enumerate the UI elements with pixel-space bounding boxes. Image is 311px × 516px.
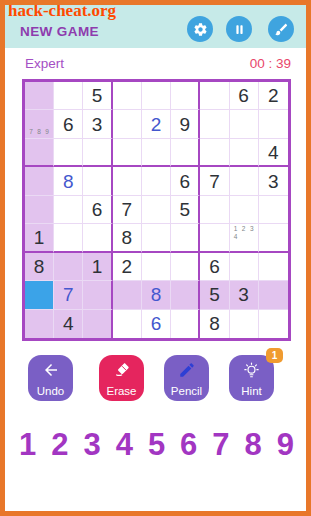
sudoku-cell-r0c1[interactable] bbox=[54, 82, 83, 110]
user-digit: 8 bbox=[151, 285, 162, 304]
given-digit: 6 bbox=[63, 115, 74, 134]
sudoku-cell-r4c5[interactable]: 5 bbox=[171, 196, 200, 224]
given-digit: 6 bbox=[238, 86, 249, 105]
given-digit: 4 bbox=[268, 143, 279, 162]
numpad-1[interactable]: 1 bbox=[19, 427, 36, 463]
sudoku-cell-r8c5[interactable] bbox=[171, 310, 200, 338]
hint-count-badge: 1 bbox=[266, 348, 283, 363]
sudoku-cell-r2c2[interactable] bbox=[83, 139, 112, 167]
sudoku-cell-r2c3[interactable] bbox=[113, 139, 142, 167]
timer-label: 00 : 39 bbox=[250, 56, 291, 71]
sudoku-cell-r4c1[interactable] bbox=[54, 196, 83, 224]
sudoku-cell-r4c6[interactable] bbox=[200, 196, 229, 224]
pencil-button[interactable]: Pencil bbox=[164, 355, 209, 401]
user-digit: 7 bbox=[63, 285, 74, 304]
pause-button[interactable] bbox=[226, 16, 252, 42]
given-digit: 8 bbox=[209, 314, 220, 333]
sudoku-cell-r1c1[interactable]: 6 bbox=[54, 110, 83, 138]
sudoku-cell-r5c2[interactable] bbox=[83, 224, 112, 252]
sudoku-cell-r0c3[interactable] bbox=[113, 82, 142, 110]
sudoku-cell-r5c6[interactable] bbox=[200, 224, 229, 252]
settings-button[interactable] bbox=[187, 16, 213, 42]
sudoku-cell-r8c0[interactable] bbox=[25, 310, 54, 338]
sudoku-cell-r4c2[interactable]: 6 bbox=[83, 196, 112, 224]
sudoku-cell-r7c0[interactable] bbox=[25, 281, 54, 309]
given-digit: 1 bbox=[92, 257, 103, 276]
gear-icon bbox=[193, 22, 208, 37]
hint-label: Hint bbox=[241, 385, 261, 397]
sudoku-cell-r8c4[interactable]: 6 bbox=[142, 310, 171, 338]
undo-label: Undo bbox=[37, 385, 65, 397]
given-digit: 5 bbox=[92, 86, 103, 105]
sudoku-cell-r7c3[interactable] bbox=[113, 281, 142, 309]
sudoku-cell-r2c6[interactable] bbox=[200, 139, 229, 167]
difficulty-label: Expert bbox=[25, 56, 64, 71]
numpad-9[interactable]: 9 bbox=[277, 427, 294, 463]
sudoku-cell-r2c8[interactable]: 4 bbox=[259, 139, 288, 167]
sudoku-cell-r8c6[interactable]: 8 bbox=[200, 310, 229, 338]
hint-button[interactable]: Hint 1 bbox=[229, 355, 274, 401]
numpad-7[interactable]: 7 bbox=[212, 427, 229, 463]
sudoku-cell-r3c0[interactable] bbox=[25, 167, 54, 195]
sudoku-cell-r1c5[interactable]: 9 bbox=[171, 110, 200, 138]
sudoku-cell-r2c1[interactable] bbox=[54, 139, 83, 167]
sudoku-cell-r3c4[interactable] bbox=[142, 167, 171, 195]
sudoku-cell-r7c5[interactable] bbox=[171, 281, 200, 309]
sudoku-cell-r4c7[interactable] bbox=[230, 196, 259, 224]
sudoku-cell-r5c8[interactable] bbox=[259, 224, 288, 252]
numpad-8[interactable]: 8 bbox=[245, 427, 262, 463]
given-digit: 3 bbox=[238, 285, 249, 304]
sudoku-cell-r6c6[interactable]: 6 bbox=[200, 253, 229, 281]
sudoku-cell-r2c5[interactable] bbox=[171, 139, 200, 167]
sudoku-cell-r1c7[interactable] bbox=[230, 110, 259, 138]
sudoku-cell-r6c5[interactable] bbox=[171, 253, 200, 281]
sudoku-cell-r5c0[interactable]: 1 bbox=[25, 224, 54, 252]
numpad-4[interactable]: 4 bbox=[116, 427, 133, 463]
sudoku-cell-r7c7[interactable]: 3 bbox=[230, 281, 259, 309]
sudoku-cell-r7c2[interactable] bbox=[83, 281, 112, 309]
given-digit: 2 bbox=[121, 257, 132, 276]
pause-icon bbox=[232, 22, 247, 37]
sudoku-cell-r3c7[interactable] bbox=[230, 167, 259, 195]
sudoku-cell-r3c6[interactable]: 7 bbox=[200, 167, 229, 195]
given-digit: 9 bbox=[179, 115, 190, 134]
sudoku-cell-r5c5[interactable] bbox=[171, 224, 200, 252]
given-digit: 6 bbox=[179, 172, 190, 191]
sudoku-app-window: hack-cheat.org NEW GAME Expert 00 : 39 5… bbox=[0, 0, 311, 516]
given-digit: 5 bbox=[209, 285, 220, 304]
given-digit: 3 bbox=[92, 115, 103, 134]
sudoku-cell-r8c2[interactable] bbox=[83, 310, 112, 338]
undo-button[interactable]: Undo bbox=[28, 355, 73, 401]
sudoku-cell-r0c2[interactable]: 5 bbox=[83, 82, 112, 110]
sudoku-cell-r6c8[interactable] bbox=[259, 253, 288, 281]
sudoku-cell-r3c5[interactable]: 6 bbox=[171, 167, 200, 195]
sudoku-cell-r6c2[interactable]: 1 bbox=[83, 253, 112, 281]
given-digit: 6 bbox=[209, 257, 220, 276]
user-digit: 6 bbox=[151, 314, 162, 333]
sudoku-cell-r7c4[interactable]: 8 bbox=[142, 281, 171, 309]
sudoku-cell-r5c1[interactable] bbox=[54, 224, 83, 252]
pencil-label: Pencil bbox=[171, 385, 202, 397]
given-digit: 4 bbox=[63, 314, 74, 333]
sudoku-board: 56278963294867367518123481267853468 bbox=[22, 79, 291, 341]
sudoku-cell-r0c0[interactable] bbox=[25, 82, 54, 110]
sudoku-cell-r5c4[interactable] bbox=[142, 224, 171, 252]
sudoku-cell-r1c8[interactable] bbox=[259, 110, 288, 138]
sudoku-cell-r7c8[interactable] bbox=[259, 281, 288, 309]
erase-button[interactable]: Erase bbox=[99, 355, 144, 401]
sudoku-cell-r4c4[interactable] bbox=[142, 196, 171, 224]
sudoku-cell-r1c3[interactable] bbox=[113, 110, 142, 138]
sudoku-cell-r1c6[interactable] bbox=[200, 110, 229, 138]
given-digit: 7 bbox=[209, 172, 220, 191]
sudoku-cell-r3c3[interactable] bbox=[113, 167, 142, 195]
sudoku-cell-r5c3[interactable]: 8 bbox=[113, 224, 142, 252]
numberpad: 123456789 bbox=[19, 427, 294, 463]
brush-icon bbox=[274, 22, 289, 37]
numpad-2[interactable]: 2 bbox=[51, 427, 68, 463]
sudoku-cell-r0c7[interactable]: 6 bbox=[230, 82, 259, 110]
given-digit: 1 bbox=[34, 228, 45, 247]
sudoku-cell-r2c4[interactable] bbox=[142, 139, 171, 167]
sudoku-cell-r7c6[interactable]: 5 bbox=[200, 281, 229, 309]
sudoku-cell-r8c1[interactable]: 4 bbox=[54, 310, 83, 338]
sudoku-cell-r5c7[interactable]: 1234 bbox=[230, 224, 259, 252]
sudoku-cell-r4c0[interactable] bbox=[25, 196, 54, 224]
numpad-5[interactable]: 5 bbox=[148, 427, 165, 463]
given-digit: 8 bbox=[34, 257, 45, 276]
sudoku-cell-r3c8[interactable]: 3 bbox=[259, 167, 288, 195]
given-digit: 8 bbox=[121, 228, 132, 247]
sudoku-cell-r6c0[interactable]: 8 bbox=[25, 253, 54, 281]
page-title: NEW GAME bbox=[20, 24, 99, 39]
sudoku-cell-r0c4[interactable] bbox=[142, 82, 171, 110]
sudoku-cell-r4c3[interactable]: 7 bbox=[113, 196, 142, 224]
sudoku-cell-r3c1[interactable]: 8 bbox=[54, 167, 83, 195]
sudoku-cell-r2c7[interactable] bbox=[230, 139, 259, 167]
sudoku-cell-r6c4[interactable] bbox=[142, 253, 171, 281]
sudoku-cell-r1c2[interactable]: 3 bbox=[83, 110, 112, 138]
sudoku-cell-r1c0[interactable]: 789 bbox=[25, 110, 54, 138]
sudoku-cell-r6c3[interactable]: 2 bbox=[113, 253, 142, 281]
theme-button[interactable] bbox=[268, 16, 294, 42]
watermark-banner: hack-cheat.org bbox=[8, 1, 116, 21]
erase-label: Erase bbox=[106, 385, 136, 397]
sudoku-cell-r1c4[interactable]: 2 bbox=[142, 110, 171, 138]
sudoku-cell-r0c6[interactable] bbox=[200, 82, 229, 110]
given-digit: 6 bbox=[92, 200, 103, 219]
sudoku-cell-r6c7[interactable] bbox=[230, 253, 259, 281]
user-digit: 8 bbox=[63, 172, 74, 191]
sudoku-cell-r4c8[interactable] bbox=[259, 196, 288, 224]
sudoku-cell-r6c1[interactable] bbox=[54, 253, 83, 281]
given-digit: 7 bbox=[121, 200, 132, 219]
sudoku-cell-r8c8[interactable] bbox=[259, 310, 288, 338]
given-digit: 3 bbox=[268, 172, 279, 191]
sudoku-cell-r3c2[interactable] bbox=[83, 167, 112, 195]
sudoku-cell-r7c1[interactable]: 7 bbox=[54, 281, 83, 309]
given-digit: 5 bbox=[179, 200, 190, 219]
numpad-3[interactable]: 3 bbox=[83, 427, 100, 463]
given-digit: 2 bbox=[268, 86, 279, 105]
sudoku-cell-r0c5[interactable] bbox=[171, 82, 200, 110]
sudoku-cell-r8c3[interactable] bbox=[113, 310, 142, 338]
sudoku-cell-r8c7[interactable] bbox=[230, 310, 259, 338]
sudoku-cell-r0c8[interactable]: 2 bbox=[259, 82, 288, 110]
numpad-6[interactable]: 6 bbox=[180, 427, 197, 463]
pencil-marks: 789 bbox=[27, 111, 51, 136]
user-digit: 2 bbox=[151, 115, 162, 134]
sudoku-cell-r2c0[interactable] bbox=[25, 139, 54, 167]
pencil-marks: 1234 bbox=[232, 225, 256, 249]
